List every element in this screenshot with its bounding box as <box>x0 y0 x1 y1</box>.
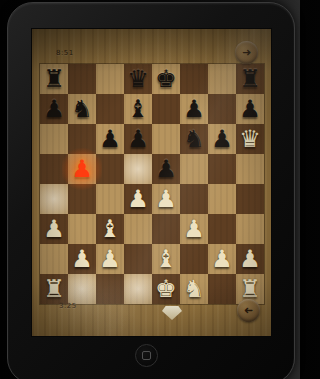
square-g7[interactable] <box>208 94 236 124</box>
black-queen-d8[interactable]: ♛ <box>124 64 152 94</box>
black-clock: 8:51 <box>56 49 74 57</box>
square-f8[interactable] <box>180 64 208 94</box>
back-button[interactable]: ➜ <box>237 299 260 322</box>
square-e4[interactable]: ♟ <box>152 184 180 214</box>
white-knight-f1[interactable]: ♞ <box>180 274 208 304</box>
square-g4[interactable] <box>208 184 236 214</box>
chess-board: ♜♛♚♜♟♞♝♟♟♟♟♞♟♛♟♟♟♟♟♝♟♟♟♝♟♟♜♚♞♜ <box>39 63 265 305</box>
square-a4[interactable] <box>40 184 68 214</box>
white-pawn-a3[interactable]: ♟ <box>40 214 68 244</box>
chess-app-screen: 8:51 ➜ ♜♛♚♜♟♞♝♟♟♟♟♞♟♛♟♟♟♟♟♝♟♟♟♝♟♟♜♚♞♜ 3:… <box>31 28 272 337</box>
black-king-e8[interactable]: ♚ <box>152 64 180 94</box>
forward-button[interactable]: ➜ <box>235 41 258 64</box>
square-d5[interactable] <box>124 154 152 184</box>
square-d4[interactable]: ♟ <box>124 184 152 214</box>
white-pawn-c2[interactable]: ♟ <box>96 244 124 274</box>
gem-icon[interactable] <box>162 306 182 320</box>
white-pawn-g2[interactable]: ♟ <box>208 244 236 274</box>
square-f6[interactable]: ♞ <box>180 124 208 154</box>
black-rook-h8[interactable]: ♜ <box>236 64 264 94</box>
square-g5[interactable] <box>208 154 236 184</box>
square-g6[interactable]: ♟ <box>208 124 236 154</box>
square-b3[interactable] <box>68 214 96 244</box>
square-e2[interactable]: ♝ <box>152 244 180 274</box>
square-b5[interactable]: ♟ <box>68 154 96 184</box>
square-h2[interactable]: ♟ <box>236 244 264 274</box>
black-bishop-d7[interactable]: ♝ <box>124 94 152 124</box>
square-e6[interactable] <box>152 124 180 154</box>
square-g2[interactable]: ♟ <box>208 244 236 274</box>
square-e1[interactable]: ♚ <box>152 274 180 304</box>
square-b8[interactable] <box>68 64 96 94</box>
square-b2[interactable]: ♟ <box>68 244 96 274</box>
black-pawn-c6[interactable]: ♟ <box>96 124 124 154</box>
white-pawn-f3[interactable]: ♟ <box>180 214 208 244</box>
square-g3[interactable] <box>208 214 236 244</box>
square-e3[interactable] <box>152 214 180 244</box>
square-b1[interactable] <box>68 274 96 304</box>
square-f7[interactable]: ♟ <box>180 94 208 124</box>
black-knight-f6[interactable]: ♞ <box>180 124 208 154</box>
square-d8[interactable]: ♛ <box>124 64 152 94</box>
white-clock: 3:25 <box>59 302 77 310</box>
square-c2[interactable]: ♟ <box>96 244 124 274</box>
home-button-icon <box>142 351 151 360</box>
home-button[interactable] <box>135 344 158 367</box>
square-c1[interactable] <box>96 274 124 304</box>
square-h3[interactable] <box>236 214 264 244</box>
square-g1[interactable] <box>208 274 236 304</box>
white-pawn-b2[interactable]: ♟ <box>68 244 96 274</box>
square-h8[interactable]: ♜ <box>236 64 264 94</box>
white-pawn-h2[interactable]: ♟ <box>236 244 264 274</box>
white-queen-h6[interactable]: ♛ <box>236 124 264 154</box>
square-h4[interactable] <box>236 184 264 214</box>
black-pawn-a7[interactable]: ♟ <box>40 94 68 124</box>
white-king-e1[interactable]: ♚ <box>152 274 180 304</box>
square-d7[interactable]: ♝ <box>124 94 152 124</box>
square-a3[interactable]: ♟ <box>40 214 68 244</box>
black-pawn-e5[interactable]: ♟ <box>152 154 180 184</box>
square-c3[interactable]: ♝ <box>96 214 124 244</box>
white-rook-a1[interactable]: ♜ <box>40 274 68 304</box>
black-pawn-g6[interactable]: ♟ <box>208 124 236 154</box>
square-g8[interactable] <box>208 64 236 94</box>
forward-arrow-icon: ➜ <box>242 47 251 58</box>
square-f3[interactable]: ♟ <box>180 214 208 244</box>
black-rook-a8[interactable]: ♜ <box>40 64 68 94</box>
square-c8[interactable] <box>96 64 124 94</box>
black-knight-b7[interactable]: ♞ <box>68 94 96 124</box>
square-e8[interactable]: ♚ <box>152 64 180 94</box>
square-a7[interactable]: ♟ <box>40 94 68 124</box>
black-pawn-f7[interactable]: ♟ <box>180 94 208 124</box>
square-f2[interactable] <box>180 244 208 274</box>
square-b7[interactable]: ♞ <box>68 94 96 124</box>
ipad-frame: 8:51 ➜ ♜♛♚♜♟♞♝♟♟♟♟♞♟♛♟♟♟♟♟♝♟♟♟♝♟♟♜♚♞♜ 3:… <box>7 2 295 379</box>
square-e5[interactable]: ♟ <box>152 154 180 184</box>
white-pawn-d4[interactable]: ♟ <box>124 184 152 214</box>
black-pawn-d6[interactable]: ♟ <box>124 124 152 154</box>
square-c6[interactable]: ♟ <box>96 124 124 154</box>
square-f4[interactable] <box>180 184 208 214</box>
square-d3[interactable] <box>124 214 152 244</box>
white-bishop-c3[interactable]: ♝ <box>96 214 124 244</box>
square-d1[interactable] <box>124 274 152 304</box>
square-c7[interactable] <box>96 94 124 124</box>
square-f1[interactable]: ♞ <box>180 274 208 304</box>
square-d2[interactable] <box>124 244 152 274</box>
black-pawn-h7[interactable]: ♟ <box>236 94 264 124</box>
square-a2[interactable] <box>40 244 68 274</box>
square-h6[interactable]: ♛ <box>236 124 264 154</box>
square-f5[interactable] <box>180 154 208 184</box>
square-h7[interactable]: ♟ <box>236 94 264 124</box>
back-arrow-icon: ➜ <box>244 305 253 316</box>
black-pawn-b5[interactable]: ♟ <box>68 154 96 184</box>
square-a1[interactable]: ♜ <box>40 274 68 304</box>
square-a8[interactable]: ♜ <box>40 64 68 94</box>
white-bishop-e2[interactable]: ♝ <box>152 244 180 274</box>
square-d6[interactable]: ♟ <box>124 124 152 154</box>
white-pawn-e4[interactable]: ♟ <box>152 184 180 214</box>
square-e7[interactable] <box>152 94 180 124</box>
square-h5[interactable] <box>236 154 264 184</box>
